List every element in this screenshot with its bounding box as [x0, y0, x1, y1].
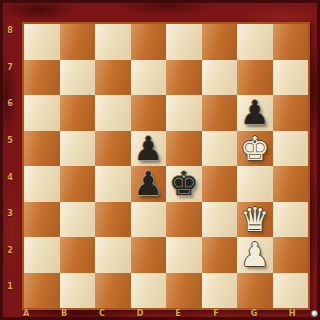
square-c2[interactable] [95, 237, 131, 273]
square-d8[interactable] [131, 24, 167, 60]
corner-dot [311, 310, 318, 317]
square-h2[interactable] [273, 237, 309, 273]
square-a4[interactable] [24, 166, 60, 202]
square-c3[interactable] [95, 202, 131, 238]
square-b7[interactable] [60, 60, 96, 96]
chess-board: ♟♟♚♟♚♛♟ [22, 22, 310, 310]
square-c5[interactable] [95, 131, 131, 167]
black-pawn-d4[interactable]: ♟ [133, 166, 163, 201]
square-e8[interactable] [166, 24, 202, 60]
square-f3[interactable] [202, 202, 238, 238]
square-b2[interactable] [60, 237, 96, 273]
square-d5[interactable]: ♟ [131, 131, 167, 167]
rank-label-4: 4 [7, 172, 13, 181]
square-g4[interactable] [237, 166, 273, 202]
white-king-g5[interactable]: ♚ [240, 131, 270, 166]
black-king-e4[interactable]: ♚ [169, 166, 199, 201]
square-d1[interactable] [131, 273, 167, 309]
square-e1[interactable] [166, 273, 202, 309]
square-h3[interactable] [273, 202, 309, 238]
square-c4[interactable] [95, 166, 131, 202]
file-label-h: H [289, 309, 296, 318]
file-label-d: D [137, 309, 144, 318]
square-a1[interactable] [24, 273, 60, 309]
square-a2[interactable] [24, 237, 60, 273]
square-b6[interactable] [60, 95, 96, 131]
square-e6[interactable] [166, 95, 202, 131]
square-h4[interactable] [273, 166, 309, 202]
square-f8[interactable] [202, 24, 238, 60]
white-queen-g3[interactable]: ♛ [240, 202, 270, 237]
square-a7[interactable] [24, 60, 60, 96]
square-g1[interactable] [237, 273, 273, 309]
square-e4[interactable]: ♚ [166, 166, 202, 202]
square-b1[interactable] [60, 273, 96, 309]
square-a5[interactable] [24, 131, 60, 167]
square-e5[interactable] [166, 131, 202, 167]
rank-label-3: 3 [7, 209, 13, 218]
square-f6[interactable] [202, 95, 238, 131]
square-h8[interactable] [273, 24, 309, 60]
square-b5[interactable] [60, 131, 96, 167]
square-b4[interactable] [60, 166, 96, 202]
square-g6[interactable]: ♟ [237, 95, 273, 131]
file-label-e: E [175, 309, 180, 318]
chess-diagram: ♟♟♚♟♚♛♟ 87654321 ABCDEFGH [0, 0, 320, 320]
square-g2[interactable]: ♟ [237, 237, 273, 273]
square-b8[interactable] [60, 24, 96, 60]
square-h5[interactable] [273, 131, 309, 167]
square-c8[interactable] [95, 24, 131, 60]
file-label-g: G [251, 309, 258, 318]
square-b3[interactable] [60, 202, 96, 238]
square-a6[interactable] [24, 95, 60, 131]
square-h7[interactable] [273, 60, 309, 96]
square-a3[interactable] [24, 202, 60, 238]
rank-label-1: 1 [7, 282, 13, 291]
rank-label-5: 5 [7, 135, 13, 144]
file-label-f: F [213, 309, 218, 318]
square-e7[interactable] [166, 60, 202, 96]
square-c7[interactable] [95, 60, 131, 96]
file-label-b: B [61, 309, 67, 318]
square-g8[interactable] [237, 24, 273, 60]
square-g7[interactable] [237, 60, 273, 96]
square-d3[interactable] [131, 202, 167, 238]
square-e3[interactable] [166, 202, 202, 238]
file-label-a: A [23, 309, 29, 318]
square-f4[interactable] [202, 166, 238, 202]
square-f1[interactable] [202, 273, 238, 309]
rank-label-6: 6 [7, 99, 13, 108]
square-a8[interactable] [24, 24, 60, 60]
square-g3[interactable]: ♛ [237, 202, 273, 238]
square-f7[interactable] [202, 60, 238, 96]
square-d6[interactable] [131, 95, 167, 131]
rank-label-2: 2 [7, 245, 13, 254]
black-pawn-g6[interactable]: ♟ [240, 95, 270, 130]
rank-label-8: 8 [7, 26, 13, 35]
square-g5[interactable]: ♚ [237, 131, 273, 167]
square-d7[interactable] [131, 60, 167, 96]
square-f2[interactable] [202, 237, 238, 273]
square-d2[interactable] [131, 237, 167, 273]
rank-label-7: 7 [7, 62, 13, 71]
square-c6[interactable] [95, 95, 131, 131]
square-h6[interactable] [273, 95, 309, 131]
square-e2[interactable] [166, 237, 202, 273]
square-c1[interactable] [95, 273, 131, 309]
square-h1[interactable] [273, 273, 309, 309]
square-f5[interactable] [202, 131, 238, 167]
black-pawn-d5[interactable]: ♟ [133, 131, 163, 166]
white-pawn-g2[interactable]: ♟ [240, 237, 270, 272]
square-d4[interactable]: ♟ [131, 166, 167, 202]
file-label-c: C [99, 309, 105, 318]
